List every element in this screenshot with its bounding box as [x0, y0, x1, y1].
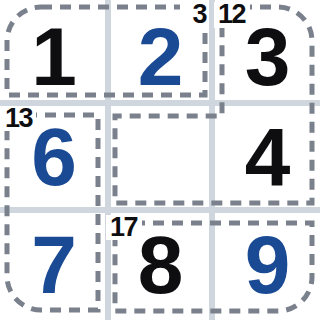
cage-sum-17-label: 17: [106, 215, 142, 240]
digit-r1c3: 3: [245, 16, 289, 98]
cell-grid: 1 2 3 6 4 7 8 9: [0, 0, 320, 320]
digit-r2c1: 6: [31, 116, 75, 198]
cell-r3c1[interactable]: 7: [0, 210, 106, 320]
cage-sum-12-label: 12: [214, 2, 250, 28]
digit-r1c1: 1: [31, 16, 75, 98]
cell-r2c3[interactable]: 4: [213, 103, 320, 210]
digit-r3c2: 8: [138, 224, 182, 306]
cage-sum-13-label: 13: [0, 106, 36, 131]
cage-sum-3-label: 3: [180, 2, 208, 28]
cell-r2c2[interactable]: [106, 103, 213, 210]
cell-r1c1[interactable]: 1: [0, 0, 106, 103]
digit-r1c2: 2: [138, 16, 182, 98]
digit-r3c1: 7: [31, 224, 75, 306]
killer-sudoku-board: 1 2 3 6 4 7 8 9 3 12 13 17: [0, 0, 320, 320]
cell-r3c3[interactable]: 9: [213, 210, 320, 320]
digit-r2c3: 4: [245, 116, 289, 198]
digit-r3c3: 9: [245, 224, 289, 306]
